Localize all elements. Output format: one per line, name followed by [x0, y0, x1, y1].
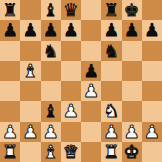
square-c5[interactable]	[41, 61, 61, 81]
black-queen: ♛	[63, 0, 79, 20]
square-e1[interactable]	[81, 142, 101, 162]
square-g1[interactable]: ♚	[122, 142, 142, 162]
square-c8[interactable]: ♝	[41, 0, 61, 20]
square-e7[interactable]	[81, 20, 101, 40]
square-f5[interactable]	[101, 61, 121, 81]
black-pawn: ♟	[2, 20, 18, 40]
white-queen: ♛	[63, 142, 79, 162]
square-c6[interactable]: ♞	[41, 41, 61, 61]
square-h6[interactable]	[142, 41, 162, 61]
white-king: ♚	[124, 142, 140, 162]
white-pawn: ♟	[2, 122, 18, 142]
square-f7[interactable]: ♟	[101, 20, 121, 40]
square-h7[interactable]: ♟	[142, 20, 162, 40]
square-e3[interactable]	[81, 101, 101, 121]
square-g7[interactable]: ♟	[122, 20, 142, 40]
square-d7[interactable]: ♟	[61, 20, 81, 40]
square-d8[interactable]: ♛	[61, 0, 81, 20]
white-pawn: ♟	[124, 122, 140, 142]
square-f8[interactable]: ♜	[101, 0, 121, 20]
black-pawn: ♟	[83, 61, 99, 81]
black-pawn: ♟	[103, 20, 119, 40]
white-rook: ♜	[2, 142, 18, 162]
square-d6[interactable]	[61, 41, 81, 61]
square-h1[interactable]	[142, 142, 162, 162]
square-e8[interactable]	[81, 0, 101, 20]
white-bishop: ♝	[43, 142, 59, 162]
white-pawn: ♟	[22, 122, 38, 142]
square-c4[interactable]	[41, 81, 61, 101]
square-h2[interactable]: ♟	[142, 122, 162, 142]
square-d5[interactable]	[61, 61, 81, 81]
square-g3[interactable]	[122, 101, 142, 121]
square-d2[interactable]	[61, 122, 81, 142]
square-g4[interactable]	[122, 81, 142, 101]
white-pawn: ♟	[83, 81, 99, 101]
square-b1[interactable]	[20, 142, 40, 162]
square-a8[interactable]: ♜	[0, 0, 20, 20]
black-pawn: ♟	[144, 20, 160, 40]
square-c7[interactable]: ♟	[41, 20, 61, 40]
square-b6[interactable]	[20, 41, 40, 61]
white-rook: ♜	[103, 142, 119, 162]
square-a4[interactable]	[0, 81, 20, 101]
white-pawn: ♟	[63, 101, 79, 121]
square-b2[interactable]: ♟	[20, 122, 40, 142]
square-d3[interactable]: ♟	[61, 101, 81, 121]
square-g6[interactable]	[122, 41, 142, 61]
square-b3[interactable]	[20, 101, 40, 121]
white-pawn: ♟	[43, 122, 59, 142]
white-knight: ♞	[103, 101, 119, 121]
square-c1[interactable]: ♝	[41, 142, 61, 162]
square-b8[interactable]	[20, 0, 40, 20]
black-bishop: ♝	[43, 0, 59, 20]
square-c3[interactable]: ♝	[41, 101, 61, 121]
square-a7[interactable]: ♟	[0, 20, 20, 40]
white-pawn: ♟	[103, 122, 119, 142]
black-knight: ♞	[43, 41, 59, 61]
square-b4[interactable]	[20, 81, 40, 101]
square-e2[interactable]	[81, 122, 101, 142]
square-h8[interactable]	[142, 0, 162, 20]
black-king: ♚	[124, 0, 140, 20]
square-f1[interactable]: ♜	[101, 142, 121, 162]
black-pawn: ♟	[124, 20, 140, 40]
square-f2[interactable]: ♟	[101, 122, 121, 142]
square-h3[interactable]	[142, 101, 162, 121]
square-d1[interactable]: ♛	[61, 142, 81, 162]
square-c2[interactable]: ♟	[41, 122, 61, 142]
square-h5[interactable]	[142, 61, 162, 81]
black-knight: ♞	[103, 41, 119, 61]
square-b7[interactable]: ♟	[20, 20, 40, 40]
square-a5[interactable]	[0, 61, 20, 81]
black-pawn: ♟	[22, 20, 38, 40]
black-pawn: ♟	[43, 20, 59, 40]
black-rook: ♜	[103, 0, 119, 20]
white-bishop: ♝	[22, 61, 38, 81]
square-d4[interactable]	[61, 81, 81, 101]
square-b5[interactable]: ♝	[20, 61, 40, 81]
square-e6[interactable]	[81, 41, 101, 61]
square-e5[interactable]: ♟	[81, 61, 101, 81]
square-f3[interactable]: ♞	[101, 101, 121, 121]
square-a1[interactable]: ♜	[0, 142, 20, 162]
square-g2[interactable]: ♟	[122, 122, 142, 142]
square-f4[interactable]	[101, 81, 121, 101]
square-g5[interactable]	[122, 61, 142, 81]
square-a6[interactable]	[0, 41, 20, 61]
square-f6[interactable]: ♞	[101, 41, 121, 61]
square-a2[interactable]: ♟	[0, 122, 20, 142]
square-e4[interactable]: ♟	[81, 81, 101, 101]
black-pawn: ♟	[63, 20, 79, 40]
black-rook: ♜	[2, 0, 18, 20]
square-g8[interactable]: ♚	[122, 0, 142, 20]
square-h4[interactable]	[142, 81, 162, 101]
chess-board: ♜♝♛♜♚♟♟♟♟♟♟♟♞♞♝♟♟♝♟♞♟♟♟♟♟♟♜♝♛♜♚	[0, 0, 162, 162]
black-bishop: ♝	[43, 101, 59, 121]
white-pawn: ♟	[144, 122, 160, 142]
square-a3[interactable]	[0, 101, 20, 121]
